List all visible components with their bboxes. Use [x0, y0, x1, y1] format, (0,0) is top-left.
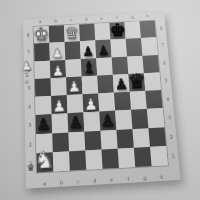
square-a7[interactable] [34, 43, 50, 61]
square-b8[interactable] [49, 25, 65, 43]
square-c8[interactable]: ♛ [64, 24, 80, 42]
square-h1[interactable] [150, 146, 168, 166]
piece-white-queen-c8[interactable]: ♛ [64, 25, 80, 42]
file-label-h: h [140, 14, 156, 19]
square-c1[interactable] [69, 150, 86, 170]
square-f2[interactable] [116, 129, 133, 149]
square-g4[interactable] [130, 91, 147, 110]
square-g5[interactable]: ♛ [128, 73, 145, 92]
square-a5[interactable] [35, 78, 51, 97]
piece-black-pawn-c3[interactable]: ♟ [68, 115, 84, 132]
square-c2[interactable] [68, 131, 85, 151]
file-label-c: c [70, 178, 87, 185]
square-g7[interactable] [126, 38, 143, 56]
square-e1[interactable] [101, 148, 118, 168]
piece-black-pawn-a3[interactable]: ♟ [36, 116, 52, 133]
board-perspective-wrapper: ♚♛♚♟♟♟♟♝♟♟♛♟♟♟♟♟♞ abcdefgh abcdefgh 8765… [0, 6, 200, 200]
square-f8[interactable]: ♚ [109, 22, 125, 40]
square-g3[interactable] [131, 109, 148, 128]
rank-label-1: 1 [168, 146, 178, 166]
square-e8[interactable] [94, 23, 110, 41]
square-f3[interactable] [115, 110, 132, 130]
piece-white-pawn-d4[interactable]: ♟ [84, 96, 99, 112]
square-b7[interactable]: ♟ [49, 42, 65, 60]
piece-black-pawn-f5[interactable]: ♟ [114, 77, 128, 92]
file-label-g: g [124, 14, 140, 19]
square-h4[interactable] [145, 90, 162, 109]
piece-black-pawn-e7[interactable]: ♟ [97, 44, 109, 57]
square-d6[interactable]: ♝ [81, 58, 97, 76]
square-c4[interactable] [67, 94, 84, 113]
piece-white-pawn-c5[interactable]: ♟ [67, 80, 81, 95]
file-label-c: c [63, 18, 79, 23]
rank-label-5: 5 [161, 71, 171, 90]
piece-white-king-a8[interactable]: ♚ [33, 25, 50, 44]
vinyl-board-mat: ♚♛♚♟♟♟♟♝♟♟♛♟♟♟♟♟♞ abcdefgh abcdefgh 8765… [23, 12, 180, 188]
rank-label-7: 7 [158, 36, 167, 54]
square-h2[interactable] [148, 127, 166, 147]
rank-label-4: 4 [25, 97, 33, 116]
file-label-g: g [136, 174, 153, 181]
piece-black-queen-g5[interactable]: ♛ [127, 71, 146, 92]
piece-black-bishop-d6[interactable]: ♝ [81, 59, 96, 76]
rank-label-3: 3 [165, 108, 175, 127]
file-label-a: a [36, 180, 53, 187]
square-b3[interactable] [52, 113, 69, 133]
file-label-b: b [53, 179, 70, 186]
square-h7[interactable] [141, 37, 158, 55]
square-e6[interactable] [96, 57, 113, 75]
file-label-d: d [79, 17, 95, 22]
file-labels-bottom: abcdefgh [36, 173, 170, 187]
piece-black-king-f8[interactable]: ♚ [109, 21, 126, 40]
square-a3[interactable]: ♟ [36, 114, 53, 134]
rank-label-8: 8 [24, 26, 32, 44]
square-e7[interactable]: ♟ [95, 40, 111, 58]
square-d7[interactable]: ♟ [80, 41, 96, 59]
rank-label-4: 4 [163, 89, 173, 108]
square-a4[interactable] [35, 96, 51, 115]
file-label-h: h [153, 173, 170, 180]
square-b4[interactable]: ♟ [51, 95, 67, 114]
piece-black-pawn-e3[interactable]: ♟ [100, 113, 116, 130]
square-g8[interactable] [124, 21, 140, 39]
square-h8[interactable] [140, 21, 157, 39]
square-e4[interactable] [98, 93, 115, 112]
square-f4[interactable] [114, 92, 131, 111]
file-label-b: b [48, 18, 64, 23]
square-c3[interactable]: ♟ [68, 113, 85, 133]
square-e3[interactable]: ♟ [99, 111, 116, 131]
square-b5[interactable] [50, 77, 66, 96]
square-a8[interactable]: ♚ [34, 26, 50, 44]
square-d3[interactable] [83, 112, 100, 132]
piece-white-pawn-b6[interactable]: ♟ [51, 63, 64, 77]
square-b2[interactable] [52, 132, 69, 152]
square-d4[interactable]: ♟ [83, 93, 100, 112]
rank-label-6: 6 [160, 54, 169, 72]
captured-piece-border: ♟ [20, 59, 32, 72]
square-e2[interactable] [100, 129, 117, 149]
photo-scene: ♚♛♚♟♟♟♟♝♟♟♛♟♟♟♟♟♞ abcdefgh abcdefgh 8765… [0, 0, 200, 200]
square-d2[interactable] [84, 130, 101, 150]
square-d8[interactable] [79, 24, 95, 42]
square-d5[interactable] [82, 75, 99, 94]
square-d1[interactable] [85, 149, 102, 169]
square-c6[interactable] [65, 59, 81, 77]
square-a1[interactable]: ♞ [37, 152, 54, 172]
square-f1[interactable] [118, 148, 136, 168]
square-g2[interactable] [132, 128, 150, 148]
square-h3[interactable] [147, 108, 165, 127]
square-f6[interactable] [112, 56, 129, 74]
file-label-e: e [94, 16, 110, 21]
square-g1[interactable] [134, 147, 152, 167]
rank-label-2: 2 [166, 127, 176, 147]
rank-label-8: 8 [156, 19, 165, 36]
chess-board-grid: ♚♛♚♟♟♟♟♝♟♟♛♟♟♟♟♟♞ [33, 20, 169, 174]
file-label-f: f [120, 175, 137, 182]
square-c5[interactable]: ♟ [66, 76, 82, 95]
square-f7[interactable] [110, 39, 127, 57]
piece-white-pawn-b4[interactable]: ♟ [52, 98, 67, 114]
piece-white-knight-a1[interactable]: ♞ [34, 148, 56, 172]
file-label-d: d [86, 177, 103, 184]
rank-label-3: 3 [26, 115, 34, 134]
square-c7[interactable] [65, 41, 81, 59]
square-a6[interactable] [34, 60, 50, 78]
square-b6[interactable]: ♟ [50, 59, 66, 77]
square-e5[interactable] [97, 75, 114, 94]
piece-white-pawn-b7[interactable]: ♟ [51, 47, 63, 60]
file-label-e: e [103, 176, 120, 183]
